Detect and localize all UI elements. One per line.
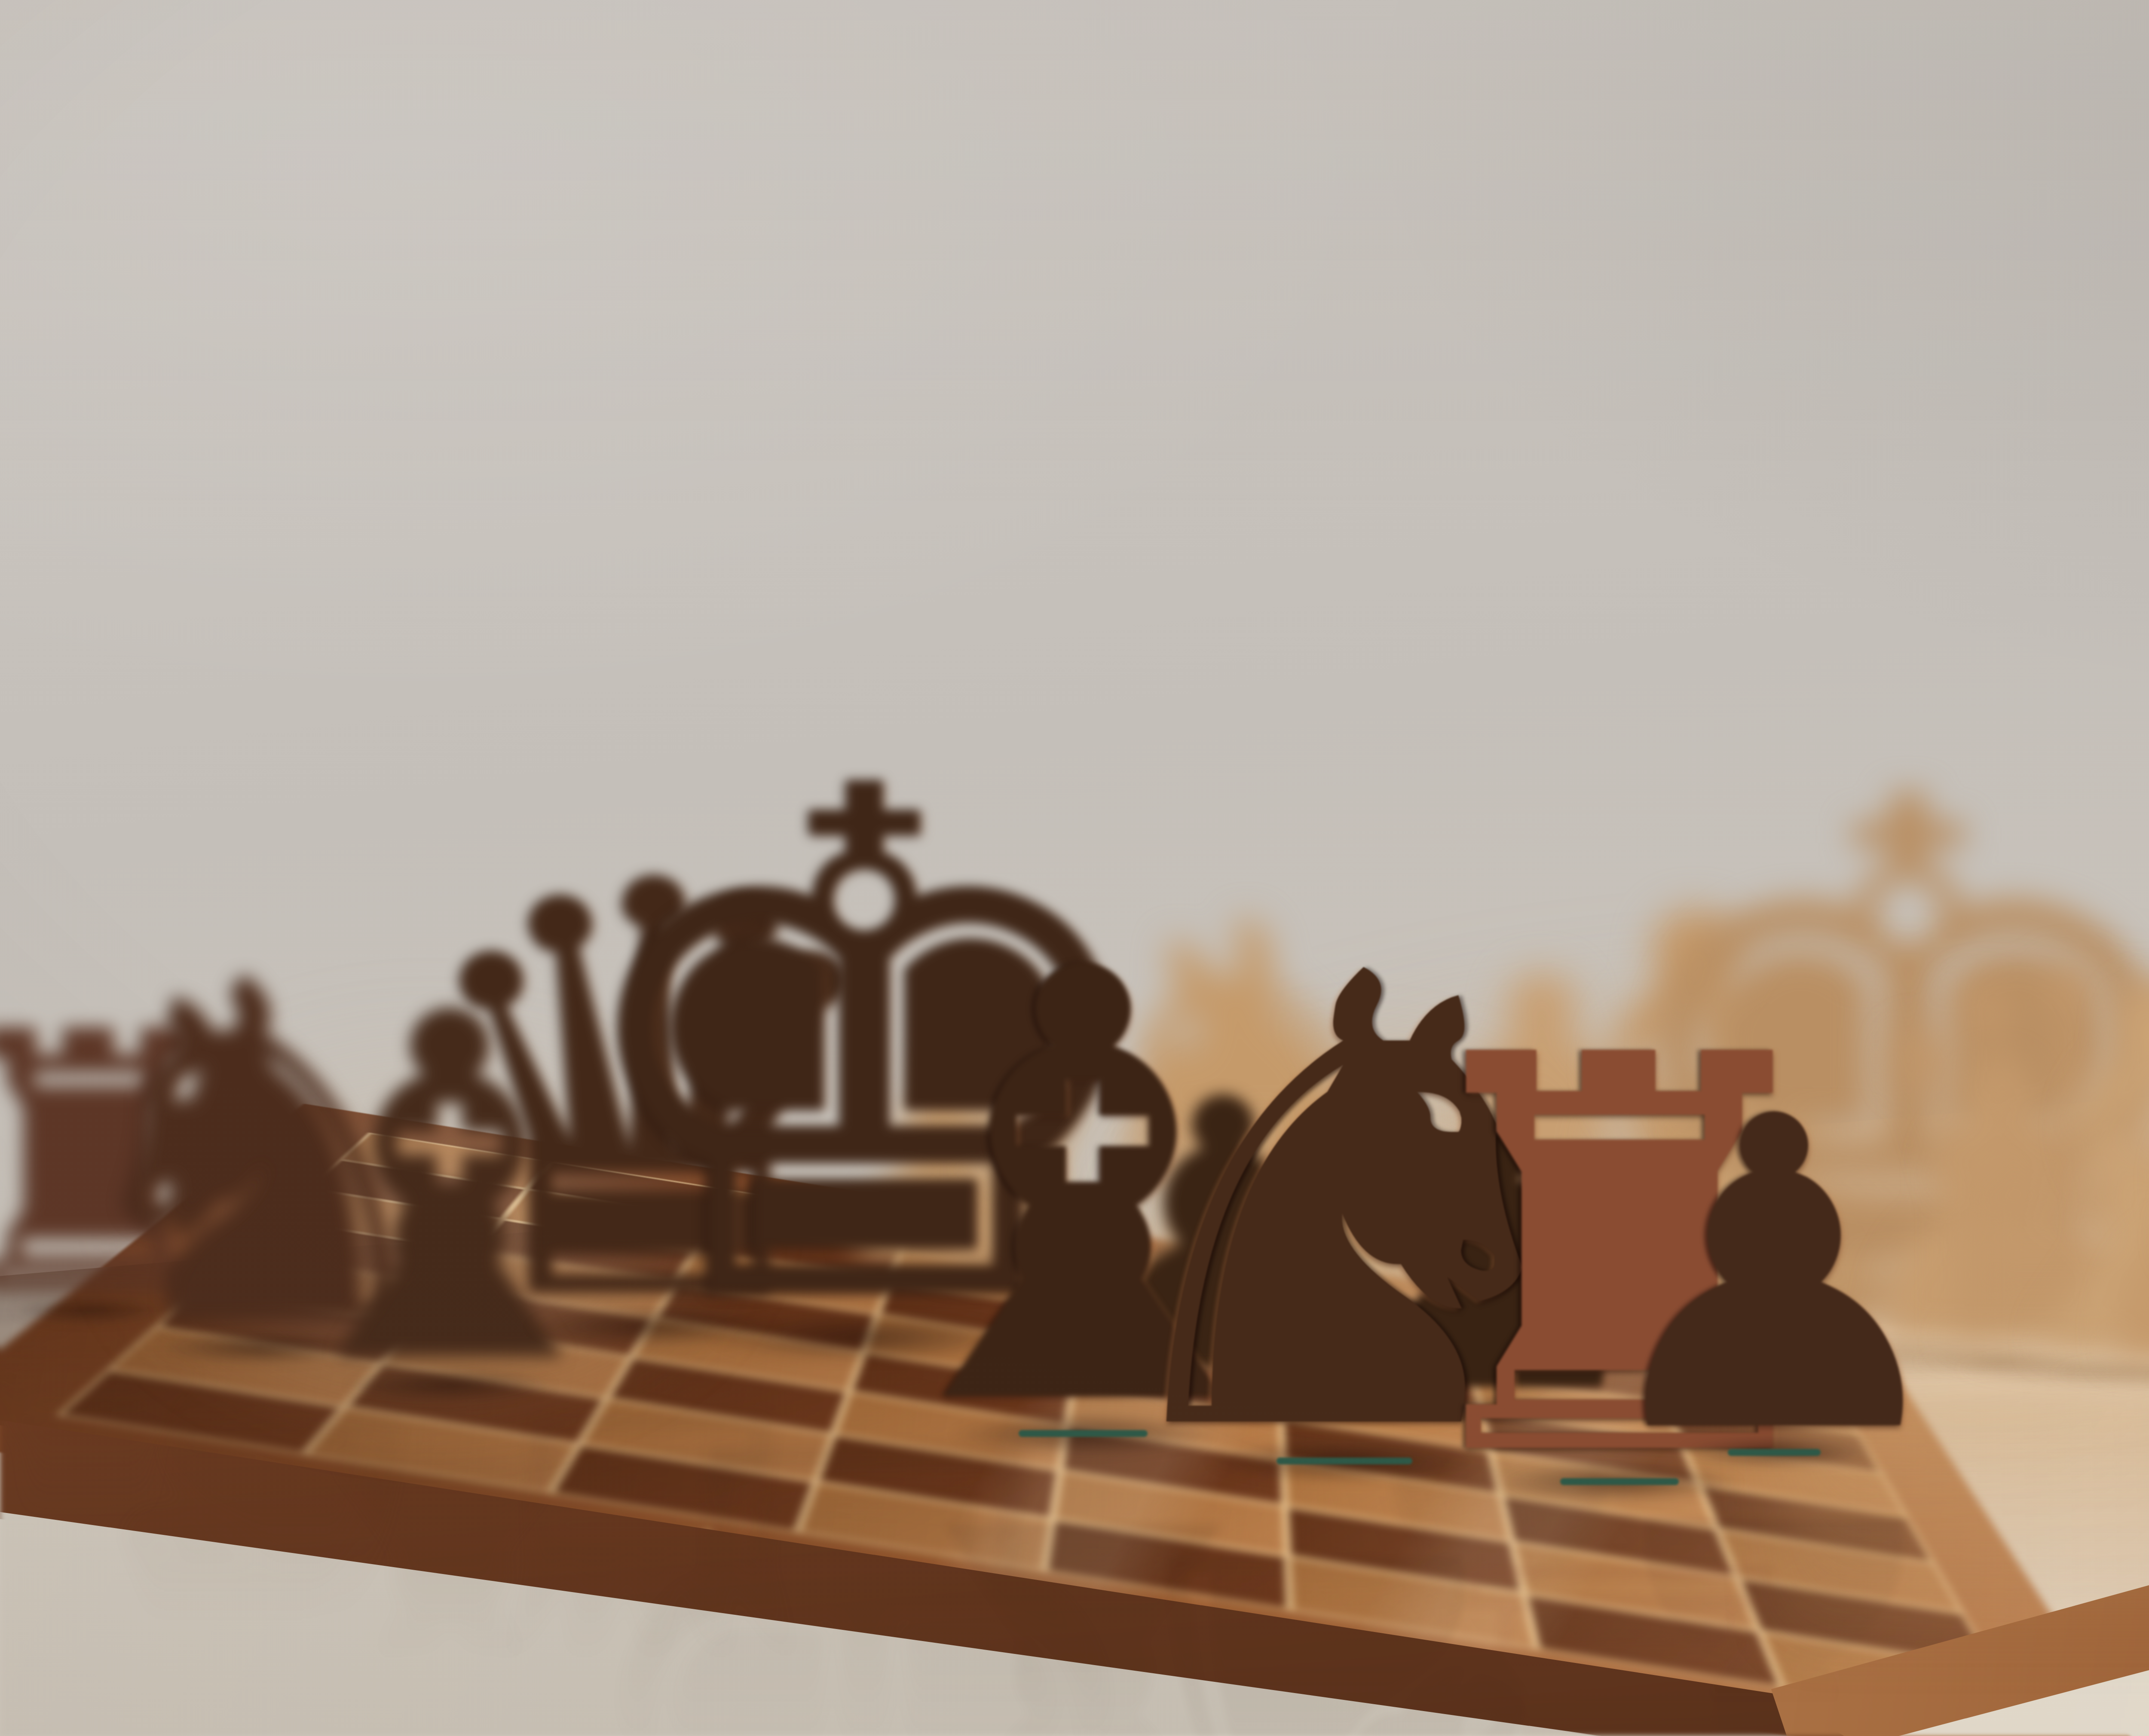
pieces-layer: ♟♝♞♟♝♟♚♟♛♝♟♞♟♜♟♜♜♜♞♞♝♝♛♛♚♚♟♝♝♟♟♞♞♜♜♟♟ bbox=[0, 0, 2149, 1736]
chess-photo-scene: dc ♟♝♞♟♝♟♚♟♛♝♟♞♟♜♟♜♜♜♞♞♝♝♛♛♚♚♟♝♝♟♟♞♞♜♜♟♟ bbox=[0, 0, 2149, 1736]
white-knight-2-glyph: ♞ bbox=[2099, 959, 2149, 1428]
photo-scale-wrapper: dc ♟♝♞♟♝♟♚♟♛♝♟♞♟♜♟♜♜♜♞♞♝♝♛♛♚♚♟♝♝♟♟♞♞♜♜♟♟ bbox=[0, 0, 2149, 1736]
black-pawn-3-glyph: ♟ bbox=[1582, 1062, 1967, 1492]
